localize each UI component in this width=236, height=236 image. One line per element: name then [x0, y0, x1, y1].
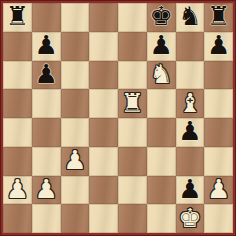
- square-c8[interactable]: [61, 3, 90, 32]
- piece-black-rook: ♜: [207, 3, 230, 29]
- square-d3[interactable]: [89, 147, 118, 176]
- square-d7[interactable]: [89, 32, 118, 61]
- square-a1[interactable]: [3, 204, 32, 233]
- square-c2[interactable]: [61, 176, 90, 205]
- square-a5[interactable]: [3, 89, 32, 118]
- square-g6[interactable]: [176, 61, 205, 90]
- square-g8[interactable]: ♞: [176, 3, 205, 32]
- square-a4[interactable]: [3, 118, 32, 147]
- square-g3[interactable]: [176, 147, 205, 176]
- square-a3[interactable]: [3, 147, 32, 176]
- square-e2[interactable]: [118, 176, 147, 205]
- piece-black-pawn: ♟: [34, 32, 57, 58]
- square-b4[interactable]: [32, 118, 61, 147]
- square-d4[interactable]: [89, 118, 118, 147]
- square-g5[interactable]: ♝: [176, 89, 205, 118]
- piece-white-knight: ♞: [149, 61, 172, 87]
- piece-white-pawn: ♟: [6, 176, 29, 202]
- piece-white-pawn: ♟: [207, 176, 230, 202]
- square-h1[interactable]: [204, 204, 233, 233]
- square-c7[interactable]: [61, 32, 90, 61]
- square-a6[interactable]: [3, 61, 32, 90]
- square-b6[interactable]: ♟: [32, 61, 61, 90]
- piece-black-pawn: ♟: [34, 61, 57, 87]
- square-h7[interactable]: ♟: [204, 32, 233, 61]
- piece-black-knight: ♞: [178, 3, 201, 29]
- square-h4[interactable]: [204, 118, 233, 147]
- piece-black-pawn: ♟: [178, 176, 201, 202]
- piece-black-pawn: ♟: [149, 32, 172, 58]
- square-f5[interactable]: [147, 89, 176, 118]
- square-g7[interactable]: [176, 32, 205, 61]
- square-e7[interactable]: [118, 32, 147, 61]
- square-h6[interactable]: [204, 61, 233, 90]
- piece-white-rook: ♜: [121, 90, 144, 116]
- square-b5[interactable]: [32, 89, 61, 118]
- square-b3[interactable]: [32, 147, 61, 176]
- square-b2[interactable]: ♟: [32, 176, 61, 205]
- square-c3[interactable]: ♟: [61, 147, 90, 176]
- piece-white-bishop: ♝: [178, 90, 201, 116]
- square-f2[interactable]: [147, 176, 176, 205]
- piece-black-pawn: ♟: [207, 32, 230, 58]
- square-f7[interactable]: ♟: [147, 32, 176, 61]
- square-g1[interactable]: ♚: [176, 204, 205, 233]
- square-f6[interactable]: ♞: [147, 61, 176, 90]
- square-e8[interactable]: [118, 3, 147, 32]
- chess-board-frame: ♜♚♞♜♟♟♟♟♞♜♝♟♟♟♟♟♟♚: [0, 0, 236, 236]
- square-d2[interactable]: [89, 176, 118, 205]
- square-a7[interactable]: [3, 32, 32, 61]
- square-d6[interactable]: [89, 61, 118, 90]
- chess-board: ♜♚♞♜♟♟♟♟♞♜♝♟♟♟♟♟♟♚: [3, 3, 233, 233]
- piece-white-king: ♚: [178, 205, 201, 231]
- square-f3[interactable]: [147, 147, 176, 176]
- square-e4[interactable]: [118, 118, 147, 147]
- square-f1[interactable]: [147, 204, 176, 233]
- square-d1[interactable]: [89, 204, 118, 233]
- square-c1[interactable]: [61, 204, 90, 233]
- square-b7[interactable]: ♟: [32, 32, 61, 61]
- square-g2[interactable]: ♟: [176, 176, 205, 205]
- piece-black-pawn: ♟: [178, 118, 201, 144]
- square-d5[interactable]: [89, 89, 118, 118]
- square-e1[interactable]: [118, 204, 147, 233]
- square-b1[interactable]: [32, 204, 61, 233]
- square-f8[interactable]: ♚: [147, 3, 176, 32]
- square-h5[interactable]: [204, 89, 233, 118]
- square-e5[interactable]: ♜: [118, 89, 147, 118]
- square-a8[interactable]: ♜: [3, 3, 32, 32]
- square-b8[interactable]: [32, 3, 61, 32]
- piece-white-pawn: ♟: [34, 176, 57, 202]
- square-g4[interactable]: ♟: [176, 118, 205, 147]
- square-h2[interactable]: ♟: [204, 176, 233, 205]
- square-e3[interactable]: [118, 147, 147, 176]
- square-h8[interactable]: ♜: [204, 3, 233, 32]
- square-c6[interactable]: [61, 61, 90, 90]
- piece-white-pawn: ♟: [63, 147, 86, 173]
- piece-black-king: ♚: [149, 3, 172, 29]
- square-a2[interactable]: ♟: [3, 176, 32, 205]
- square-c4[interactable]: [61, 118, 90, 147]
- square-c5[interactable]: [61, 89, 90, 118]
- square-h3[interactable]: [204, 147, 233, 176]
- square-e6[interactable]: [118, 61, 147, 90]
- square-f4[interactable]: [147, 118, 176, 147]
- piece-black-rook: ♜: [6, 3, 29, 29]
- square-d8[interactable]: [89, 3, 118, 32]
